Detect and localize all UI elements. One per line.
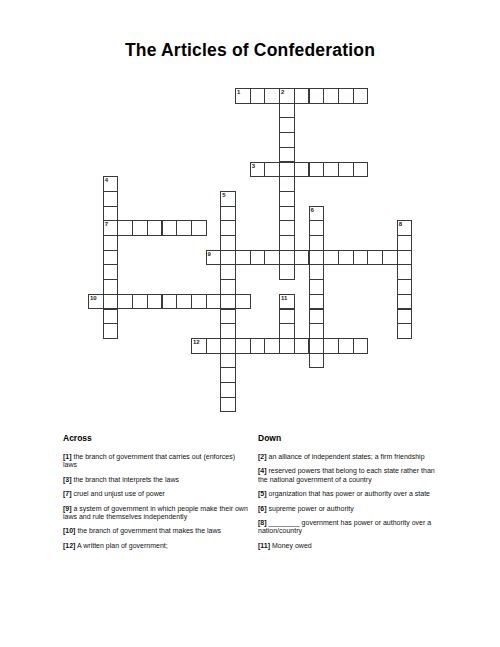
grid-cell[interactable] (397, 235, 413, 251)
cell-number: 12 (193, 339, 200, 345)
clues-across: Across [1] the branch of government that… (63, 433, 248, 556)
grid-cell[interactable] (294, 338, 310, 354)
grid-cell[interactable] (103, 309, 119, 325)
clue-item: [3] the branch that interprets the laws (63, 476, 248, 484)
grid-cell[interactable]: 4 (103, 176, 119, 192)
crossword-grid: 123475689101112 (88, 88, 413, 413)
grid-cell[interactable] (235, 294, 251, 310)
grid-cell[interactable] (279, 117, 295, 133)
cell-number: 4 (105, 177, 108, 183)
grid-cell[interactable] (206, 294, 222, 310)
clue-item: [11] Money owed (258, 542, 443, 550)
grid-cell[interactable] (353, 250, 369, 266)
grid-cell[interactable] (294, 162, 310, 178)
cell-number: 7 (105, 221, 108, 227)
clue-number: [10] (63, 527, 75, 534)
grid-cell[interactable] (309, 279, 325, 295)
puzzle-title: The Articles of Confederation (0, 40, 500, 61)
grid-cell[interactable] (162, 220, 178, 236)
across-header: Across (63, 433, 248, 443)
grid-cell[interactable] (397, 279, 413, 295)
grid-cell[interactable]: 7 (103, 220, 119, 236)
clue-item: [10] the branch of government that makes… (63, 527, 248, 535)
grid-cell[interactable] (309, 264, 325, 280)
grid-cell[interactable] (103, 191, 119, 207)
clue-number: [6] (258, 505, 267, 512)
clue-number: [12] (63, 542, 75, 549)
clues-section: Across [1] the branch of government that… (63, 433, 443, 556)
grid-cell[interactable] (397, 250, 413, 266)
clue-item: [9] a system of government in which peop… (63, 505, 248, 522)
clue-number: [2] (258, 453, 267, 460)
grid-cell[interactable] (279, 309, 295, 325)
grid-cell[interactable] (323, 250, 339, 266)
grid-cell[interactable] (353, 88, 369, 104)
grid-cell[interactable] (309, 88, 325, 104)
grid-cell[interactable] (279, 162, 295, 178)
grid-cell[interactable]: 6 (309, 206, 325, 222)
clue-item: [12] A written plan of government; (63, 542, 248, 550)
clue-number: [4] (258, 467, 267, 474)
grid-cell[interactable] (117, 294, 133, 310)
grid-cell[interactable] (220, 353, 236, 369)
grid-cell[interactable] (264, 250, 280, 266)
cell-number: 9 (208, 251, 211, 257)
grid-cell[interactable] (279, 103, 295, 119)
grid-cell[interactable] (220, 206, 236, 222)
grid-cell[interactable] (162, 294, 178, 310)
grid-cell[interactable] (220, 235, 236, 251)
grid-cell[interactable] (220, 382, 236, 398)
grid-cell[interactable] (235, 250, 251, 266)
grid-cell[interactable] (367, 250, 383, 266)
grid-cell[interactable] (264, 338, 280, 354)
grid-cell[interactable] (309, 235, 325, 251)
grid-cell[interactable]: 1 (235, 88, 251, 104)
down-header: Down (258, 433, 443, 443)
grid-cell[interactable] (103, 206, 119, 222)
grid-cell[interactable] (382, 250, 398, 266)
grid-cell[interactable]: 11 (279, 294, 295, 310)
grid-cell[interactable] (309, 220, 325, 236)
grid-cell[interactable] (250, 250, 266, 266)
grid-cell[interactable] (103, 294, 119, 310)
grid-cell[interactable] (279, 264, 295, 280)
grid-cell[interactable] (250, 338, 266, 354)
grid-cell[interactable] (132, 220, 148, 236)
grid-cell[interactable] (103, 235, 119, 251)
grid-cell[interactable] (279, 220, 295, 236)
clues-down: Down [2] an alliance of independent stat… (258, 433, 443, 556)
grid-cell[interactable] (309, 294, 325, 310)
grid-cell[interactable] (338, 88, 354, 104)
clue-number: [11] (258, 542, 270, 549)
grid-cell[interactable] (103, 279, 119, 295)
grid-cell[interactable] (220, 309, 236, 325)
clue-item: [4] reserved powers that belong to each … (258, 467, 443, 484)
grid-cell[interactable] (279, 176, 295, 192)
grid-cell[interactable] (353, 338, 369, 354)
cell-number: 3 (252, 163, 255, 169)
clue-number: [1] (63, 453, 72, 460)
grid-cell[interactable] (220, 250, 236, 266)
grid-cell[interactable] (397, 323, 413, 339)
grid-cell[interactable] (220, 367, 236, 383)
grid-cell[interactable] (309, 162, 325, 178)
clue-number: [9] (63, 505, 72, 512)
grid-cell[interactable] (206, 338, 222, 354)
clue-number: [8] (258, 519, 267, 526)
grid-cell[interactable] (220, 323, 236, 339)
grid-cell[interactable] (191, 294, 207, 310)
grid-cell[interactable] (338, 338, 354, 354)
grid-cell[interactable] (220, 279, 236, 295)
grid-cell[interactable] (338, 250, 354, 266)
grid-cell[interactable]: 3 (250, 162, 266, 178)
grid-cell[interactable] (176, 294, 192, 310)
clue-item: [6] supreme power or authority (258, 505, 443, 513)
grid-cell[interactable] (294, 250, 310, 266)
clue-item: [2] an alliance of independent states; a… (258, 453, 443, 461)
grid-cell[interactable] (397, 264, 413, 280)
grid-cell[interactable] (279, 191, 295, 207)
grid-cell[interactable] (309, 250, 325, 266)
grid-cell[interactable]: 8 (397, 220, 413, 236)
grid-cell[interactable] (117, 220, 133, 236)
grid-cell[interactable] (235, 338, 251, 354)
cell-number: 10 (90, 295, 97, 301)
grid-cell[interactable] (323, 338, 339, 354)
grid-cell[interactable]: 10 (88, 294, 104, 310)
cell-number: 2 (281, 89, 284, 95)
clue-item: [1] the branch of government that carrie… (63, 453, 248, 470)
grid-cell[interactable] (309, 309, 325, 325)
grid-cell[interactable] (191, 220, 207, 236)
cell-number: 11 (281, 295, 287, 301)
grid-cell[interactable] (279, 235, 295, 251)
clue-number: [5] (258, 490, 267, 497)
grid-cell[interactable] (103, 264, 119, 280)
grid-cell[interactable] (220, 220, 236, 236)
grid-cell[interactable] (323, 162, 339, 178)
grid-cell[interactable] (103, 250, 119, 266)
grid-cell[interactable] (397, 309, 413, 325)
grid-cell[interactable] (309, 353, 325, 369)
grid-cell[interactable]: 12 (191, 338, 207, 354)
clue-item: [8] ________ government has power or aut… (258, 519, 443, 536)
grid-cell[interactable] (323, 88, 339, 104)
grid-cell[interactable] (309, 338, 325, 354)
clue-item: [7] cruel and unjust use of power (63, 490, 248, 498)
down-clue-list: [2] an alliance of independent states; a… (258, 453, 443, 550)
across-clue-list: [1] the branch of government that carrie… (63, 453, 248, 550)
grid-cell[interactable] (353, 162, 369, 178)
clue-item: [5] organization that has power or autho… (258, 490, 443, 498)
cell-number: 1 (237, 89, 240, 95)
grid-cell[interactable]: 5 (220, 191, 236, 207)
grid-cell[interactable] (147, 220, 163, 236)
grid-cell[interactable] (147, 294, 163, 310)
grid-cell[interactable] (279, 147, 295, 163)
clue-number: [3] (63, 476, 72, 483)
grid-cell[interactable] (279, 338, 295, 354)
grid-cell[interactable] (220, 294, 236, 310)
grid-cell[interactable] (176, 220, 192, 236)
grid-cell[interactable]: 2 (279, 88, 295, 104)
grid-cell[interactable] (279, 250, 295, 266)
grid-cell[interactable] (264, 162, 280, 178)
grid-cell[interactable] (264, 88, 280, 104)
grid-cell[interactable] (279, 323, 295, 339)
grid-cell[interactable] (338, 162, 354, 178)
grid-cell[interactable] (132, 294, 148, 310)
grid-cell[interactable]: 9 (206, 250, 222, 266)
grid-cell[interactable] (103, 323, 119, 339)
grid-cell[interactable] (250, 88, 266, 104)
cell-number: 6 (311, 207, 314, 213)
grid-cell[interactable] (279, 206, 295, 222)
grid-cell[interactable] (220, 338, 236, 354)
clue-number: [7] (63, 490, 72, 497)
grid-cell[interactable] (220, 397, 236, 413)
cell-number: 5 (222, 192, 225, 198)
grid-cell[interactable] (279, 132, 295, 148)
grid-cell[interactable] (397, 294, 413, 310)
grid-cell[interactable] (294, 88, 310, 104)
grid-cell[interactable] (309, 323, 325, 339)
grid-cell[interactable] (220, 264, 236, 280)
cell-number: 8 (399, 221, 402, 227)
